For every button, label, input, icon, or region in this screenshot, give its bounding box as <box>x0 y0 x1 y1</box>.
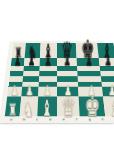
square-d8: ♛ <box>57 43 77 58</box>
square-d4 <box>57 76 78 81</box>
square-b1: ♞ <box>20 96 39 116</box>
square-d7: ♟ <box>57 58 77 66</box>
square-a6 <box>10 66 24 71</box>
white-knight: ♞ <box>23 99 34 119</box>
square-f2: ♟ <box>102 87 114 97</box>
square-a7: ♟ <box>11 58 25 66</box>
black-pawn: ♟ <box>14 55 21 68</box>
square-d3 <box>57 82 78 87</box>
board-perspective-wrapper: ♜♞♝♛♚♝♞♜♟♟♟♟♟♟♟♟♟♟♟♟♟♟♟♟♜♞♝♛♚♝♞♜ abcdefg… <box>0 5 114 123</box>
square-f6 <box>100 66 114 71</box>
file-label-f: f <box>70 116 83 123</box>
black-bishop: ♝ <box>102 42 112 61</box>
white-queen: ♛ <box>61 94 75 120</box>
white-bishop: ♝ <box>109 98 114 120</box>
square-c4 <box>39 76 57 81</box>
square-e8: ♚ <box>76 43 99 58</box>
black-pawn: ♟ <box>63 55 70 68</box>
square-b3 <box>22 82 39 87</box>
square-c5 <box>39 71 57 76</box>
square-d1: ♛ <box>57 96 80 116</box>
square-c2: ♟ <box>38 87 57 97</box>
square-e4 <box>78 76 102 81</box>
square-a2: ♟ <box>7 87 22 97</box>
black-knight: ♞ <box>28 43 37 60</box>
white-king: ♚ <box>85 92 101 121</box>
white-pawn: ♟ <box>109 84 114 98</box>
square-e3 <box>78 82 102 87</box>
square-b8: ♞ <box>25 43 41 58</box>
square-e7: ♟ <box>77 58 100 66</box>
black-bishop: ♝ <box>43 42 53 61</box>
square-a8: ♜ <box>12 43 26 58</box>
vinyl-board-mat: ♜♞♝♛♚♝♞♜♟♟♟♟♟♟♟♟♟♟♟♟♟♟♟♟♜♞♝♛♚♝♞♜ abcdefg… <box>0 41 114 123</box>
square-c1: ♝ <box>37 96 56 116</box>
white-pawn: ♟ <box>64 84 72 98</box>
black-pawn: ♟ <box>28 55 35 68</box>
black-pawn: ♟ <box>45 55 52 68</box>
black-pawn: ♟ <box>85 55 92 68</box>
white-pawn: ♟ <box>44 84 52 98</box>
white-pawn: ♟ <box>26 84 34 98</box>
square-d5 <box>57 71 78 76</box>
square-f7: ♟ <box>99 58 114 66</box>
black-rook: ♜ <box>14 46 22 60</box>
square-f1: ♝ <box>103 96 114 116</box>
white-bishop: ♝ <box>41 98 53 120</box>
square-a5 <box>10 71 24 76</box>
chess-board: ♜♞♝♛♚♝♞♜♟♟♟♟♟♟♟♟♟♟♟♟♟♟♟♟♜♞♝♛♚♝♞♜ <box>5 43 109 116</box>
file-label-a: a <box>4 116 18 123</box>
square-f4 <box>101 76 114 81</box>
square-d6 <box>57 66 78 71</box>
white-rook: ♜ <box>8 102 17 119</box>
file-label-c: c <box>31 116 44 123</box>
file-label-b: b <box>17 116 31 123</box>
file-label-d: d <box>44 116 57 123</box>
square-c8: ♝ <box>40 43 57 58</box>
square-f3 <box>102 82 114 87</box>
square-a3 <box>8 82 22 87</box>
square-e2: ♟ <box>78 87 103 97</box>
square-a1: ♜ <box>5 96 22 116</box>
square-f5 <box>100 71 114 76</box>
square-b5 <box>23 71 39 76</box>
square-c6 <box>40 66 57 71</box>
square-e1: ♚ <box>79 96 106 116</box>
square-a4 <box>9 76 23 81</box>
square-b2: ♟ <box>22 87 39 97</box>
square-c3 <box>39 82 57 87</box>
square-d2: ♟ <box>57 87 79 97</box>
white-pawn: ♟ <box>87 84 95 98</box>
square-b7: ♟ <box>24 58 40 66</box>
file-label-g: g <box>83 116 97 123</box>
white-pawn: ♟ <box>10 84 18 98</box>
square-g8: ♞ <box>113 43 114 58</box>
square-b4 <box>23 76 39 81</box>
file-label-e: e <box>57 116 70 123</box>
square-b6 <box>24 66 40 71</box>
square-e5 <box>77 71 101 76</box>
file-label-h: h <box>96 116 110 123</box>
file-coordinates: abcdefgh <box>4 116 110 123</box>
black-queen: ♛ <box>61 39 73 61</box>
black-pawn: ♟ <box>105 55 112 68</box>
square-e6 <box>77 66 100 71</box>
square-f8: ♝ <box>97 43 114 58</box>
black-king: ♚ <box>81 37 95 62</box>
chess-set-photo: ♜♞♝♛♚♝♞♜♟♟♟♟♟♟♟♟♟♟♟♟♟♟♟♟♜♞♝♛♚♝♞♜ abcdefg… <box>0 0 114 144</box>
square-c7: ♟ <box>40 58 57 66</box>
